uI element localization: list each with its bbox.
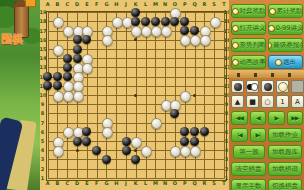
coord-top: C [63, 1, 72, 7]
coord-top: A [43, 1, 52, 7]
panel-text-button-4[interactable]: 加载棋谱 [268, 162, 302, 176]
button-icon [268, 25, 275, 32]
coord-top: T [219, 1, 228, 7]
coord-left: 2 [40, 166, 46, 172]
panel-text-button-2[interactable]: 加载题库 [268, 145, 302, 159]
panel-button-exit[interactable]: 退出 [268, 55, 303, 69]
jump-start-button[interactable]: |◀ [231, 128, 248, 142]
coord-left: 7 [40, 120, 46, 126]
coord-top: G [102, 1, 111, 7]
grid-line-h [48, 169, 225, 170]
stone-white [210, 17, 221, 28]
coord-bottom: K [131, 180, 140, 186]
star-point [193, 94, 196, 97]
coord-top: E [82, 1, 91, 7]
coord-top: H [112, 1, 121, 7]
coord-top: B [53, 1, 62, 7]
coord-bottom: H [112, 180, 121, 186]
panel-text-button-0[interactable]: 加载作业 [268, 128, 302, 142]
grid-line-h [48, 113, 225, 114]
coord-left: 16 [40, 37, 46, 43]
panel-button-1[interactable]: 累计奖励 [268, 4, 303, 18]
coord-bottom: M [151, 180, 160, 186]
step-back-button[interactable]: ◀ [250, 111, 267, 125]
panel-button-5[interactable]: 晋级赛报名 [268, 38, 303, 52]
panel-button-6[interactable]: 动画故事 [231, 55, 266, 69]
divider-tick [254, 73, 257, 77]
coord-bottom: E [82, 180, 91, 186]
coord-bottom: S [210, 180, 219, 186]
go-board[interactable]: AABBCCDDEEFFGGHHJJKKLLMMNNOOPPQQRRSSTT19… [40, 0, 229, 190]
coord-bottom: P [180, 180, 189, 186]
coord-left: 3 [40, 156, 46, 162]
divider-tick [237, 73, 240, 77]
coord-top: Q [190, 1, 199, 7]
cartoon-scene-sidebar: 围棋 [0, 0, 40, 190]
stone-tool-disabled[interactable] [291, 80, 304, 93]
stone-tool-black-white-pair[interactable] [246, 80, 259, 93]
stone-black [151, 17, 160, 26]
coord-left: 18 [40, 18, 46, 24]
stone-black [92, 146, 101, 155]
coord-bottom: O [170, 180, 179, 186]
white-stone-icon [251, 83, 259, 91]
stone-black [122, 146, 131, 155]
jump-end-button[interactable]: ▶| [250, 128, 267, 142]
coord-bottom: C [63, 180, 72, 186]
stone-white [151, 118, 162, 129]
stone-white [161, 26, 172, 37]
stone-white [190, 146, 201, 157]
coord-bottom: A [43, 180, 52, 186]
stone-black [102, 155, 111, 164]
stone-black [63, 54, 72, 63]
star-point [76, 149, 79, 152]
grid-line-v [214, 12, 215, 178]
button-label: 动画故事 [240, 59, 266, 66]
coord-left: 17 [40, 28, 46, 34]
coord-top: K [131, 1, 140, 7]
divider-tick [271, 73, 274, 77]
coord-bottom: R [200, 180, 209, 186]
button-icon [232, 25, 239, 32]
stone-black [73, 137, 82, 146]
button-icon [232, 8, 239, 15]
coord-top: M [151, 1, 160, 7]
stone-white [53, 17, 64, 28]
black-stone-icon [264, 83, 272, 91]
stone-black [73, 54, 82, 63]
coord-top: R [200, 1, 209, 7]
coord-top: S [210, 1, 219, 7]
coord-top: J [122, 1, 131, 7]
marker-tool-2[interactable]: ○ [261, 95, 274, 108]
stone-black [190, 137, 199, 146]
stone-black [63, 63, 72, 72]
stone-white [180, 91, 191, 102]
coord-bottom: L [141, 180, 150, 186]
panel-button-3[interactable]: 0-99讲义 [268, 21, 303, 35]
button-label: 累计奖励 [277, 8, 303, 15]
stone-tool-white-stone[interactable] [276, 80, 289, 93]
coord-left: 15 [40, 46, 46, 52]
coord-bottom: F [92, 180, 101, 186]
control-panel: 对弈奖励累计奖励打开讲义0-99讲义形势判断晋级赛报名动画故事退出 ▲■○1A … [229, 0, 304, 190]
stone-black [63, 72, 72, 81]
stone-white [73, 91, 84, 102]
coord-bottom: T [219, 180, 228, 186]
button-label: 0-99讲义 [276, 25, 303, 32]
button-label: 晋级赛报名 [273, 42, 303, 49]
stone-tool-black-stone[interactable] [261, 80, 274, 93]
panel-button-4[interactable]: 形势判断 [231, 38, 266, 52]
coord-left: 4 [40, 147, 46, 153]
coord-bottom: J [122, 180, 131, 186]
coord-left: 14 [40, 55, 46, 61]
game-logo: 围棋 [1, 34, 23, 45]
fast-rewind-button[interactable]: ◀◀ [231, 111, 248, 125]
coord-top: P [180, 1, 189, 7]
marker-tool-1[interactable]: ■ [246, 95, 259, 108]
marker-tool-3[interactable]: 1 [276, 95, 289, 108]
stone-white [131, 137, 142, 148]
marker-tool-4[interactable]: A [291, 95, 304, 108]
panel-text-button-5[interactable]: 显示手数 [231, 179, 266, 190]
panel-button-2[interactable]: 打开讲义 [231, 21, 266, 35]
stone-black [141, 17, 150, 26]
flag-icon [25, 0, 36, 7]
coord-bottom: Q [190, 180, 199, 186]
grid-line-v [155, 12, 156, 178]
stone-black [180, 137, 189, 146]
button-icon [268, 42, 272, 49]
button-label: 打开讲义 [240, 25, 266, 32]
button-icon [269, 8, 276, 15]
stone-white [53, 146, 64, 157]
coord-left: 13 [40, 64, 46, 70]
coord-bottom: D [73, 180, 82, 186]
coord-top: N [161, 1, 170, 7]
coord-bottom: N [161, 180, 170, 186]
coord-top: L [141, 1, 150, 7]
marker-tool-0[interactable]: ▲ [231, 95, 244, 108]
coord-top: D [73, 1, 82, 7]
coord-bottom: B [53, 180, 62, 186]
stone-black [82, 137, 91, 146]
stone-white [53, 45, 64, 56]
coord-left: 1 [40, 175, 46, 181]
button-label: 对弈奖励 [240, 8, 266, 15]
grid-line-h [48, 178, 225, 179]
button-icon [232, 42, 239, 49]
go-game-window: 围棋 AABBCCDDEEFFGGHHJJKKLLMMNNOOPPQQRRSST… [0, 0, 304, 190]
stone-black [73, 35, 82, 44]
coord-top: F [92, 1, 101, 7]
grid-line-h [48, 123, 225, 124]
coord-left: 6 [40, 129, 46, 135]
star-point [134, 94, 137, 97]
button-label: 退出 [283, 59, 296, 66]
coord-left: 9 [40, 101, 46, 107]
stone-white [141, 146, 152, 157]
coord-top: O [170, 1, 179, 7]
panel-divider [229, 70, 304, 78]
grid-line-h [48, 104, 225, 105]
button-icon [232, 59, 239, 66]
coord-left: 19 [40, 9, 46, 15]
stone-tool-black-stone[interactable] [231, 80, 244, 93]
button-icon [275, 59, 282, 66]
panel-text-button-6[interactable]: 切换棋盘 [268, 179, 302, 190]
panel-button-0[interactable]: 对弈奖励 [231, 4, 266, 18]
coord-left: 10 [40, 92, 46, 98]
grid-line-v [165, 12, 166, 178]
coord-bottom: G [102, 180, 111, 186]
coord-left: 8 [40, 110, 46, 116]
divider-tick [288, 73, 291, 77]
black-stone-icon [234, 83, 242, 91]
step-forward-button[interactable]: ▶ [268, 111, 285, 125]
stone-black [73, 45, 82, 54]
stone-black [122, 137, 131, 146]
panel-text-button-1[interactable]: 第一题 [233, 145, 265, 159]
white-stone-icon [278, 82, 288, 92]
stone-black [131, 8, 140, 17]
stone-black [161, 17, 170, 26]
button-label: 形势判断 [240, 42, 266, 49]
panel-text-button-3[interactable]: 清空棋盘 [231, 162, 266, 176]
fast-forward-button[interactable]: ▶▶ [287, 111, 304, 125]
coord-left: 5 [40, 138, 46, 144]
